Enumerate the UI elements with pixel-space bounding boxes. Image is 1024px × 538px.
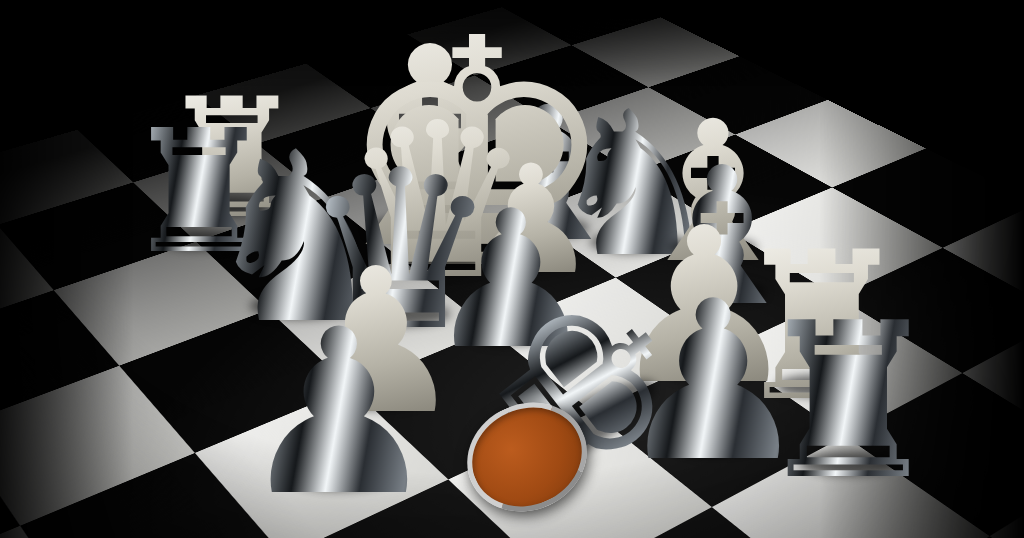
chess-photo-scene: ♜♝♝♜♞♚♝♟♛♝♞♛♟♟♜♟♟♚♜♟ xyxy=(0,0,1024,538)
black-pawn: ♟ xyxy=(237,299,441,527)
pieces-layer: ♜♝♝♜♞♚♝♟♛♝♞♛♟♟♜♟♟♚♜♟ xyxy=(0,0,1024,538)
black-rook: ♜ xyxy=(752,294,945,509)
